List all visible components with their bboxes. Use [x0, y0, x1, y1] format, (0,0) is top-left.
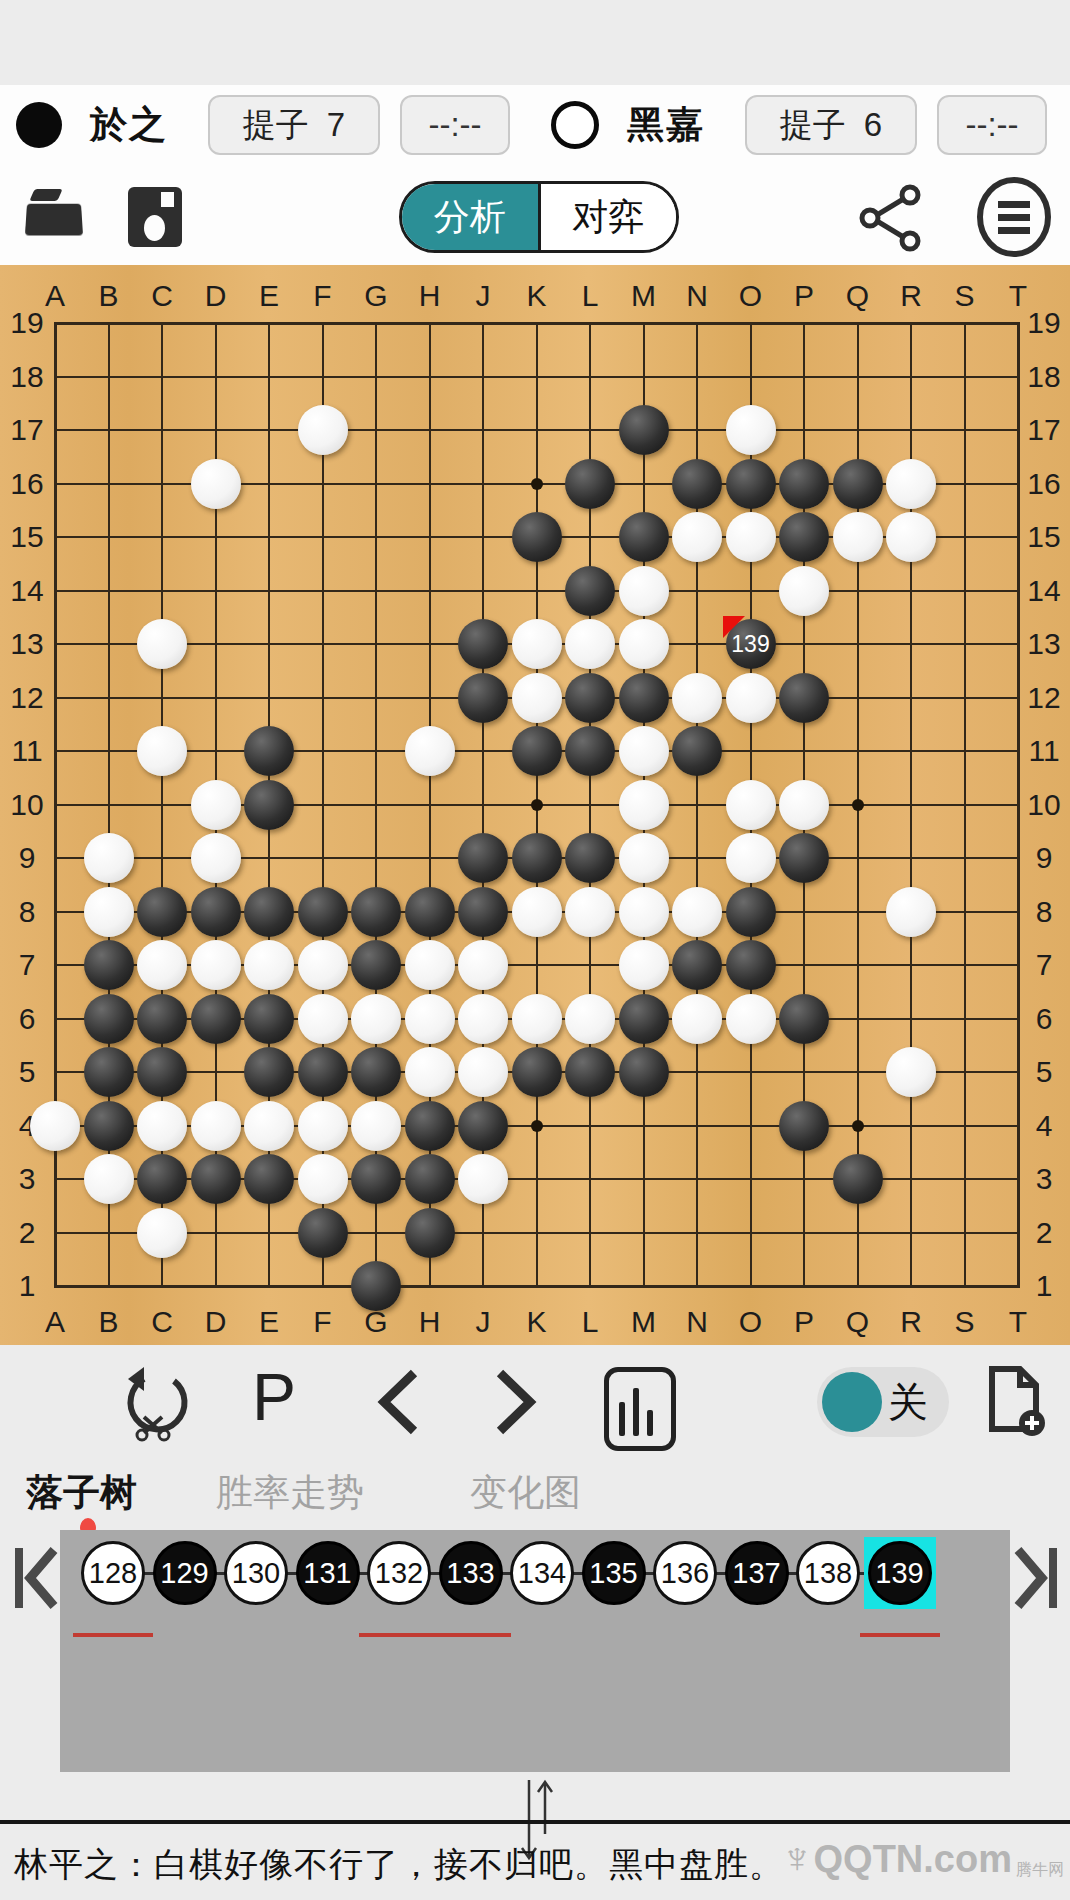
- black-clock: --:--: [400, 95, 510, 155]
- row-label: 16: [10, 467, 43, 501]
- jump-last-icon[interactable]: [1012, 1538, 1060, 1618]
- comment-panel: 林平之：白棋好像不行了，接不归吧。黑中盘胜。 ♆ QQTN.com 腾牛网: [0, 1772, 1070, 1900]
- open-file-icon[interactable]: [26, 195, 82, 235]
- status-bar: [0, 0, 1070, 85]
- black-stone-F2: [298, 1208, 348, 1258]
- black-stone-G1: [351, 1261, 401, 1311]
- black-stone-K9: [512, 833, 562, 883]
- black-player-panel: 於之 提子 7 --:--: [0, 95, 535, 155]
- tab-analysis[interactable]: 分析: [402, 184, 538, 250]
- move-node-130[interactable]: 130: [224, 1541, 288, 1605]
- row-label: 3: [19, 1162, 36, 1196]
- white-stone-O9: [726, 833, 776, 883]
- move-node-131[interactable]: 131: [296, 1541, 360, 1605]
- row-label: 5: [19, 1055, 36, 1089]
- col-label: T: [1009, 1305, 1027, 1339]
- white-stone-D4: [191, 1101, 241, 1151]
- black-stone-F5: [298, 1047, 348, 1097]
- row-label: 9: [1036, 841, 1053, 875]
- black-stone-P12: [779, 673, 829, 723]
- white-stone-B3: [84, 1154, 134, 1204]
- black-stone-K11: [512, 726, 562, 776]
- white-stone-M8: [619, 887, 669, 937]
- black-stone-D3: [191, 1154, 241, 1204]
- white-stone-M14: [619, 566, 669, 616]
- white-stone-P10: [779, 780, 829, 830]
- row-label: 10: [1027, 788, 1060, 822]
- white-stone-F7: [298, 940, 348, 990]
- jump-first-icon[interactable]: [12, 1538, 60, 1618]
- black-stone-P6: [779, 994, 829, 1044]
- black-stone-L5: [565, 1047, 615, 1097]
- white-stone-N12: [672, 673, 722, 723]
- row-label: 3: [1036, 1162, 1053, 1196]
- row-label: 14: [1027, 574, 1060, 608]
- col-label: H: [419, 1305, 441, 1339]
- white-stone-H7: [405, 940, 455, 990]
- black-stone-C6: [137, 994, 187, 1044]
- black-stone-H2: [405, 1208, 455, 1258]
- black-stone-H4: [405, 1101, 455, 1151]
- black-stone-D6: [191, 994, 241, 1044]
- black-captures-value: 7: [327, 106, 345, 144]
- pass-button[interactable]: P: [252, 1359, 296, 1435]
- black-stone-K15: [512, 512, 562, 562]
- row-label: 8: [1036, 895, 1053, 929]
- black-stone-J4: [458, 1101, 508, 1151]
- row-label: 7: [19, 948, 36, 982]
- col-label: E: [259, 279, 279, 313]
- white-stone-D7: [191, 940, 241, 990]
- black-stone-O16: [726, 459, 776, 509]
- panel-tabs: 落子树 胜率走势 变化图: [0, 1460, 1070, 1530]
- move-annotation-underline: [431, 1633, 511, 1637]
- col-label: T: [1009, 279, 1027, 313]
- black-stone-E5: [244, 1047, 294, 1097]
- black-stone-L16: [565, 459, 615, 509]
- col-label: O: [739, 279, 762, 313]
- black-stone-O8: [726, 887, 776, 937]
- prev-move-icon[interactable]: [372, 1367, 422, 1437]
- move-node-138[interactable]: 138: [796, 1541, 860, 1605]
- col-label: C: [151, 279, 173, 313]
- white-captures-badge: 提子 6: [745, 95, 917, 155]
- col-label: C: [151, 1305, 173, 1339]
- white-stone-O17: [726, 405, 776, 455]
- col-label: S: [954, 279, 974, 313]
- last-move-number: 139: [726, 631, 776, 658]
- black-stone-K5: [512, 1047, 562, 1097]
- col-label: D: [205, 1305, 227, 1339]
- col-label: L: [582, 279, 599, 313]
- share-icon[interactable]: [854, 183, 930, 253]
- row-label: 12: [10, 681, 43, 715]
- go-board[interactable]: AABBCCDDEEFFGGHHJJKKLLMMNNOOPPQQRRSSTT19…: [0, 265, 1070, 1345]
- black-stone-H3: [405, 1154, 455, 1204]
- row-label: 17: [10, 413, 43, 447]
- row-label: 17: [1027, 413, 1060, 447]
- col-label: S: [954, 1305, 974, 1339]
- black-stone-L11: [565, 726, 615, 776]
- row-label: 11: [1028, 734, 1059, 768]
- white-stone-D16: [191, 459, 241, 509]
- black-stone-B5: [84, 1047, 134, 1097]
- black-stone-C5: [137, 1047, 187, 1097]
- tab-move-tree[interactable]: 落子树: [26, 1468, 137, 1518]
- row-label: 1: [19, 1269, 36, 1303]
- white-stone-N8: [672, 887, 722, 937]
- white-stone-K13: [512, 619, 562, 669]
- next-move-icon[interactable]: [492, 1367, 542, 1437]
- black-stone-B4: [84, 1101, 134, 1151]
- row-label: 8: [19, 895, 36, 929]
- white-stone-K6: [512, 994, 562, 1044]
- black-stone-M5: [619, 1047, 669, 1097]
- black-stone-G7: [351, 940, 401, 990]
- white-stone-C11: [137, 726, 187, 776]
- col-label: J: [476, 279, 491, 313]
- watermark-logo-icon: ♆: [781, 1838, 814, 1878]
- col-label: N: [686, 279, 708, 313]
- white-stone-D10: [191, 780, 241, 830]
- white-stone-R5: [886, 1047, 936, 1097]
- menu-icon[interactable]: [972, 177, 1056, 257]
- tab-variation-diagram[interactable]: 变化图: [470, 1468, 581, 1518]
- white-stone-A4: [30, 1101, 80, 1151]
- col-label: R: [900, 1305, 922, 1339]
- white-stone-E4: [244, 1101, 294, 1151]
- black-stone-J12: [458, 673, 508, 723]
- white-stone-F6: [298, 994, 348, 1044]
- col-label: L: [582, 1305, 599, 1339]
- black-stone-G5: [351, 1047, 401, 1097]
- white-stone-M11: [619, 726, 669, 776]
- col-label: M: [631, 1305, 656, 1339]
- white-stone-M13: [619, 619, 669, 669]
- white-stone-R8: [886, 887, 936, 937]
- col-label: N: [686, 1305, 708, 1339]
- col-label: J: [476, 1305, 491, 1339]
- col-label: Q: [846, 1305, 869, 1339]
- black-stone-J13: [458, 619, 508, 669]
- row-label: 9: [19, 841, 36, 875]
- row-label: 13: [10, 627, 43, 661]
- black-stone-C8: [137, 887, 187, 937]
- white-stone-M9: [619, 833, 669, 883]
- col-label: F: [313, 1305, 331, 1339]
- black-stone-Q16: [833, 459, 883, 509]
- white-stone-J6: [458, 994, 508, 1044]
- row-label: 14: [10, 574, 43, 608]
- white-stone-K8: [512, 887, 562, 937]
- row-label: 16: [1027, 467, 1060, 501]
- watermark-text: QQTN.com: [814, 1840, 1012, 1878]
- white-stone-M10: [619, 780, 669, 830]
- move-node-136[interactable]: 136: [653, 1541, 717, 1605]
- top-toolbar: 分析 对弈: [0, 165, 1070, 265]
- row-label: 12: [1027, 681, 1060, 715]
- white-stone-J5: [458, 1047, 508, 1097]
- white-stone-Q15: [833, 512, 883, 562]
- comment-text: 林平之：白棋好像不行了，接不归吧。黑中盘胜。: [14, 1842, 784, 1888]
- black-stone-P16: [779, 459, 829, 509]
- black-stone-C3: [137, 1154, 187, 1204]
- move-node-129[interactable]: 129: [153, 1541, 217, 1605]
- white-clock: --:--: [937, 95, 1047, 155]
- bottom-toolbar: P 关: [0, 1345, 1070, 1460]
- row-label: 6: [1036, 1002, 1053, 1036]
- white-captures-value: 6: [864, 106, 882, 144]
- mode-switch: 分析 对弈: [399, 181, 679, 253]
- white-stone-B8: [84, 887, 134, 937]
- white-stone-C4: [137, 1101, 187, 1151]
- move-annotation-underline: [860, 1633, 940, 1637]
- black-stone-B7: [84, 940, 134, 990]
- save-icon[interactable]: [128, 187, 182, 247]
- col-label: O: [739, 1305, 762, 1339]
- white-stone-M7: [619, 940, 669, 990]
- col-label: M: [631, 279, 656, 313]
- black-stone-L12: [565, 673, 615, 723]
- row-label: 15: [1027, 520, 1060, 554]
- white-stone-C13: [137, 619, 187, 669]
- watermark-small-text: 腾牛网: [1016, 1862, 1064, 1878]
- white-stone-O6: [726, 994, 776, 1044]
- black-captures-badge: 提子 7: [208, 95, 380, 155]
- row-label: 18: [1027, 360, 1060, 394]
- black-stone-O7: [726, 940, 776, 990]
- white-stone-J3: [458, 1154, 508, 1204]
- white-stone-G4: [351, 1101, 401, 1151]
- white-stone-O10: [726, 780, 776, 830]
- move-annotation-underline: [359, 1633, 439, 1637]
- black-stone-M6: [619, 994, 669, 1044]
- app-screen: 於之 提子 7 --:-- 黑嘉 提子 6 --:-- 分析 对弈: [0, 0, 1070, 1900]
- white-stone-B9: [84, 833, 134, 883]
- move-strip: 128129130131132133134135136137138139: [0, 1530, 1070, 1772]
- row-label: 1: [1036, 1269, 1053, 1303]
- row-label: 6: [19, 1002, 36, 1036]
- col-label: E: [259, 1305, 279, 1339]
- black-stone-L9: [565, 833, 615, 883]
- move-node-139[interactable]: 139: [868, 1541, 932, 1605]
- black-stone-B6: [84, 994, 134, 1044]
- black-stone-E8: [244, 887, 294, 937]
- white-stone-N15: [672, 512, 722, 562]
- white-stone-G6: [351, 994, 401, 1044]
- white-captures-label: 提子: [780, 103, 846, 148]
- divider-line: [0, 1820, 1070, 1824]
- col-label: B: [98, 279, 118, 313]
- move-node-135[interactable]: 135: [582, 1541, 646, 1605]
- col-label: K: [526, 1305, 546, 1339]
- col-label: A: [45, 279, 65, 313]
- black-stone-L14: [565, 566, 615, 616]
- white-stone-H5: [405, 1047, 455, 1097]
- white-stone-P14: [779, 566, 829, 616]
- col-label: R: [900, 279, 922, 313]
- col-label: Q: [846, 279, 869, 313]
- row-label: 10: [10, 788, 43, 822]
- white-player-panel: 黑嘉 提子 6 --:--: [535, 95, 1070, 155]
- black-stone-M15: [619, 512, 669, 562]
- toggle-knob: [822, 1372, 882, 1432]
- white-stone-icon: [551, 101, 599, 149]
- move-node-133[interactable]: 133: [439, 1541, 503, 1605]
- row-label: 13: [1027, 627, 1060, 661]
- black-stone-Q3: [833, 1154, 883, 1204]
- black-stone-P15: [779, 512, 829, 562]
- black-stone-N11: [672, 726, 722, 776]
- row-label: 7: [1036, 948, 1053, 982]
- col-label: H: [419, 279, 441, 313]
- col-label: A: [45, 1305, 65, 1339]
- black-stone-M12: [619, 673, 669, 723]
- watermark: ♆ QQTN.com 腾牛网: [781, 1838, 1064, 1878]
- black-stone-N16: [672, 459, 722, 509]
- black-stone-F8: [298, 887, 348, 937]
- black-stone-E6: [244, 994, 294, 1044]
- white-stone-D9: [191, 833, 241, 883]
- white-stone-N6: [672, 994, 722, 1044]
- black-captures-label: 提子: [243, 103, 309, 148]
- move-node-134[interactable]: 134: [510, 1541, 574, 1605]
- player-bar: 於之 提子 7 --:-- 黑嘉 提子 6 --:--: [0, 85, 1070, 165]
- move-annotation-underline: [73, 1633, 153, 1637]
- black-stone-P4: [779, 1101, 829, 1151]
- black-stone-D8: [191, 887, 241, 937]
- col-label: D: [205, 279, 227, 313]
- col-label: K: [526, 279, 546, 313]
- move-node-132[interactable]: 132: [367, 1541, 431, 1605]
- white-stone-E7: [244, 940, 294, 990]
- tab-winrate-trend[interactable]: 胜率走势: [216, 1468, 364, 1518]
- white-stone-H6: [405, 994, 455, 1044]
- row-label: 5: [1036, 1055, 1053, 1089]
- black-stone-G8: [351, 887, 401, 937]
- white-stone-H11: [405, 726, 455, 776]
- chart-icon[interactable]: [604, 1367, 676, 1451]
- white-stone-C7: [137, 940, 187, 990]
- white-stone-O15: [726, 512, 776, 562]
- white-stone-L8: [565, 887, 615, 937]
- white-stone-F3: [298, 1154, 348, 1204]
- white-stone-C2: [137, 1208, 187, 1258]
- white-player-name: 黑嘉: [627, 100, 705, 150]
- row-label: 11: [11, 734, 42, 768]
- col-label: F: [313, 279, 331, 313]
- row-label: 4: [1036, 1109, 1053, 1143]
- black-stone-J9: [458, 833, 508, 883]
- move-tree-tray[interactable]: 128129130131132133134135136137138139: [60, 1530, 1010, 1772]
- white-stone-J7: [458, 940, 508, 990]
- black-stone-E11: [244, 726, 294, 776]
- black-stone-M17: [619, 405, 669, 455]
- col-label: G: [364, 279, 387, 313]
- white-stone-K12: [512, 673, 562, 723]
- row-label: 19: [1027, 306, 1060, 340]
- black-stone-P9: [779, 833, 829, 883]
- black-stone-icon: [16, 102, 62, 148]
- tab-play[interactable]: 对弈: [538, 184, 677, 250]
- white-stone-R16: [886, 459, 936, 509]
- analysis-toggle[interactable]: 关: [817, 1367, 949, 1437]
- white-stone-L13: [565, 619, 615, 669]
- toggle-label: 关: [888, 1375, 928, 1430]
- black-stone-N7: [672, 940, 722, 990]
- row-label: 18: [10, 360, 43, 394]
- white-stone-F17: [298, 405, 348, 455]
- black-player-name: 於之: [90, 100, 168, 150]
- black-stone-E3: [244, 1154, 294, 1204]
- white-stone-R15: [886, 512, 936, 562]
- col-label: P: [794, 279, 814, 313]
- move-node-137[interactable]: 137: [725, 1541, 789, 1605]
- col-label: B: [98, 1305, 118, 1339]
- row-label: 15: [10, 520, 43, 554]
- col-label: P: [794, 1305, 814, 1339]
- black-stone-J8: [458, 887, 508, 937]
- undo-cut-icon[interactable]: [122, 1365, 200, 1443]
- move-node-128[interactable]: 128: [81, 1541, 145, 1605]
- new-file-icon[interactable]: [980, 1363, 1052, 1441]
- row-label: 2: [19, 1216, 36, 1250]
- black-stone-E10: [244, 780, 294, 830]
- row-label: 2: [1036, 1216, 1053, 1250]
- white-stone-O12: [726, 673, 776, 723]
- white-stone-F4: [298, 1101, 348, 1151]
- black-stone-H8: [405, 887, 455, 937]
- white-stone-L6: [565, 994, 615, 1044]
- black-stone-G3: [351, 1154, 401, 1204]
- row-label: 19: [10, 306, 43, 340]
